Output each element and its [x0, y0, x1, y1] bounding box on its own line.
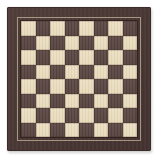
square-d2[interactable]: [65, 108, 80, 123]
square-h8[interactable]: [123, 21, 138, 36]
square-d4[interactable]: [65, 79, 80, 94]
square-c3[interactable]: [50, 94, 65, 109]
square-c5[interactable]: [50, 65, 65, 80]
square-f5[interactable]: [94, 65, 109, 80]
chess-board-grid: [21, 21, 137, 137]
square-b8[interactable]: [36, 21, 51, 36]
square-f4[interactable]: [94, 79, 109, 94]
square-a3[interactable]: [21, 94, 36, 109]
square-d5[interactable]: [65, 65, 80, 80]
square-g2[interactable]: [108, 108, 123, 123]
square-a2[interactable]: [21, 108, 36, 123]
square-f7[interactable]: [94, 36, 109, 51]
square-e1[interactable]: [79, 123, 94, 138]
square-b4[interactable]: [36, 79, 51, 94]
square-f8[interactable]: [94, 21, 109, 36]
square-e7[interactable]: [79, 36, 94, 51]
square-f3[interactable]: [94, 94, 109, 109]
square-d6[interactable]: [65, 50, 80, 65]
square-c6[interactable]: [50, 50, 65, 65]
square-c1[interactable]: [50, 123, 65, 138]
square-e5[interactable]: [79, 65, 94, 80]
square-a4[interactable]: [21, 79, 36, 94]
square-c2[interactable]: [50, 108, 65, 123]
square-f1[interactable]: [94, 123, 109, 138]
square-a5[interactable]: [21, 65, 36, 80]
square-b2[interactable]: [36, 108, 51, 123]
chess-board: [7, 7, 151, 151]
square-g6[interactable]: [108, 50, 123, 65]
square-a8[interactable]: [21, 21, 36, 36]
square-e3[interactable]: [79, 94, 94, 109]
square-h4[interactable]: [123, 79, 138, 94]
square-c7[interactable]: [50, 36, 65, 51]
square-d8[interactable]: [65, 21, 80, 36]
square-a6[interactable]: [21, 50, 36, 65]
square-a7[interactable]: [21, 36, 36, 51]
square-f2[interactable]: [94, 108, 109, 123]
square-a1[interactable]: [21, 123, 36, 138]
product-photo-background: [0, 0, 160, 160]
square-d7[interactable]: [65, 36, 80, 51]
square-b6[interactable]: [36, 50, 51, 65]
square-b3[interactable]: [36, 94, 51, 109]
square-d3[interactable]: [65, 94, 80, 109]
square-g3[interactable]: [108, 94, 123, 109]
square-g8[interactable]: [108, 21, 123, 36]
square-b5[interactable]: [36, 65, 51, 80]
square-h2[interactable]: [123, 108, 138, 123]
square-h6[interactable]: [123, 50, 138, 65]
square-c8[interactable]: [50, 21, 65, 36]
square-e8[interactable]: [79, 21, 94, 36]
square-h3[interactable]: [123, 94, 138, 109]
square-g4[interactable]: [108, 79, 123, 94]
square-d1[interactable]: [65, 123, 80, 138]
square-b7[interactable]: [36, 36, 51, 51]
square-g5[interactable]: [108, 65, 123, 80]
square-b1[interactable]: [36, 123, 51, 138]
square-g7[interactable]: [108, 36, 123, 51]
square-c4[interactable]: [50, 79, 65, 94]
square-e6[interactable]: [79, 50, 94, 65]
square-h7[interactable]: [123, 36, 138, 51]
square-h1[interactable]: [123, 123, 138, 138]
square-g1[interactable]: [108, 123, 123, 138]
square-f6[interactable]: [94, 50, 109, 65]
square-e2[interactable]: [79, 108, 94, 123]
square-h5[interactable]: [123, 65, 138, 80]
square-e4[interactable]: [79, 79, 94, 94]
